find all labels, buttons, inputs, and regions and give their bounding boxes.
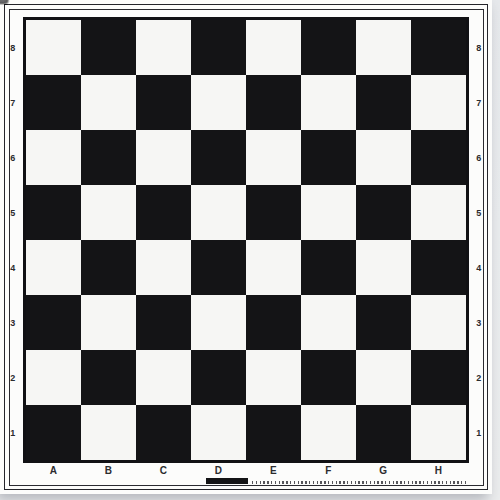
photo-stage: 8765432187654321ABCDEFGH ♜♞♝♛♚♝♞♜♟♟♟♟♟♟♟…: [0, 0, 500, 500]
pieces-layer: ♜♞♝♛♚♝♞♜♟♟♟♟♟♟♟♟♟♟♟♟♟♟♟♟♜♞♝♛♚♝♞♜: [0, 0, 500, 500]
piece-white-rook-h1[interactable]: ♜: [0, 0, 7, 2]
